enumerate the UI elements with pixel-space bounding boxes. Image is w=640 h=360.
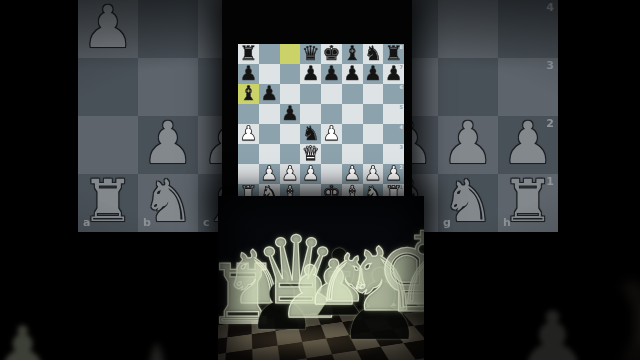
square-c7[interactable] <box>280 64 301 84</box>
piece-black-pawn[interactable]: ♟ <box>302 63 320 83</box>
piece-white-pawn[interactable]: ♟ <box>322 123 340 143</box>
square-h3: 3 <box>498 58 558 116</box>
square-h4: 4 <box>498 0 558 58</box>
square-a4: ♟ <box>78 0 138 58</box>
square-e3[interactable] <box>321 144 342 164</box>
piece-black-bishop[interactable]: ♝ <box>343 43 361 63</box>
rank-label-5: 5 <box>400 104 403 110</box>
blurred-piece-glow: ♟ <box>0 318 51 360</box>
square-h4[interactable]: 4 <box>383 124 404 144</box>
file-label-b: b <box>143 216 151 229</box>
piece-white-pawn: ♟ <box>142 114 194 172</box>
square-b1: ♞b <box>138 174 198 232</box>
piece-white-pawn[interactable]: ♟ <box>364 163 382 183</box>
square-g5[interactable] <box>363 104 384 124</box>
square-f7[interactable]: ♟ <box>342 64 363 84</box>
piece-black-king[interactable]: ♚ <box>322 43 340 63</box>
piece-black-pawn[interactable]: ♟ <box>260 83 278 103</box>
square-b4 <box>138 0 198 58</box>
rank-label-1: 1 <box>400 184 403 190</box>
square-h7[interactable]: ♟7 <box>383 64 404 84</box>
square-g1: ♞g <box>438 174 498 232</box>
piece-white-pawn: ♟ <box>82 0 134 56</box>
rank-label-3: 3 <box>400 144 403 150</box>
square-h5[interactable]: 5 <box>383 104 404 124</box>
piece-white-pawn[interactable]: ♟ <box>343 163 361 183</box>
piece-black-pawn[interactable]: ♟ <box>364 63 382 83</box>
file-label-c: c <box>203 216 210 229</box>
piece-black-knight[interactable]: ♞ <box>302 123 320 143</box>
square-b3 <box>138 58 198 116</box>
rank-label-2: 2 <box>546 117 554 130</box>
square-a6[interactable]: ♝ <box>238 84 259 104</box>
piece-white-pawn: ♟ <box>442 114 494 172</box>
file-label-h: h <box>503 216 511 229</box>
piece-black-pawn[interactable]: ♟ <box>281 103 299 123</box>
square-h2: ♟2 <box>498 116 558 174</box>
piece-black-queen[interactable]: ♛ <box>302 43 320 63</box>
main-chess-board[interactable]: ♜♛♚♝♞♜8♟♟♟♟♟♟7♝♟6♟5♟♞♟4♛3♟♟♟♟♟♟2♜a♞b♝cd♚… <box>238 44 404 195</box>
square-g2: ♟ <box>438 116 498 174</box>
square-a3[interactable] <box>238 144 259 164</box>
square-g6[interactable] <box>363 84 384 104</box>
square-f6[interactable] <box>342 84 363 104</box>
blurred-piece-glow: ♟ <box>138 340 176 360</box>
square-e7[interactable]: ♟ <box>321 64 342 84</box>
square-e6[interactable] <box>321 84 342 104</box>
rank-label-2: 2 <box>400 164 403 170</box>
square-a3 <box>78 58 138 116</box>
photo-piece: ♜ <box>414 252 424 332</box>
square-g7[interactable]: ♟ <box>363 64 384 84</box>
square-g3 <box>438 58 498 116</box>
chess-pieces-photo: ♜♞♟♛♟♝♟♞♟♞♚♞♜ <box>218 196 424 360</box>
square-c5[interactable]: ♟ <box>280 104 301 124</box>
file-label-a: a <box>83 216 90 229</box>
square-c4[interactable] <box>280 124 301 144</box>
rank-label-7: 7 <box>400 64 403 70</box>
square-g4[interactable] <box>363 124 384 144</box>
square-b4[interactable] <box>259 124 280 144</box>
square-h1: ♜1h <box>498 174 558 232</box>
square-d6[interactable] <box>300 84 321 104</box>
file-label-g: g <box>443 216 451 229</box>
video-frame: ♟♞♟4♛3♟♟♟♟♟♟2♜a♞b♝cd♚e♝f♞g♜1h ♟♟♟♜ ♜♛♚♝♞… <box>0 0 640 360</box>
rank-label-4: 4 <box>546 1 554 14</box>
square-b6[interactable]: ♟ <box>259 84 280 104</box>
blurred-piece-glow: ♜ <box>606 270 640 360</box>
piece-white-pawn[interactable]: ♟ <box>281 163 299 183</box>
square-a4[interactable]: ♟ <box>238 124 259 144</box>
piece-black-rook[interactable]: ♜ <box>239 43 257 63</box>
square-c8[interactable] <box>280 44 301 64</box>
piece-black-pawn[interactable]: ♟ <box>239 63 257 83</box>
blurred-piece-glow: ♟ <box>514 300 591 360</box>
square-e4[interactable]: ♟ <box>321 124 342 144</box>
square-f5[interactable] <box>342 104 363 124</box>
piece-white-pawn[interactable]: ♟ <box>302 163 320 183</box>
piece-black-pawn[interactable]: ♟ <box>343 63 361 83</box>
piece-white-pawn[interactable]: ♟ <box>260 163 278 183</box>
piece-black-knight[interactable]: ♞ <box>364 43 382 63</box>
square-g4 <box>438 0 498 58</box>
rank-label-4: 4 <box>400 124 403 130</box>
square-a2 <box>78 116 138 174</box>
square-h6[interactable]: 6 <box>383 84 404 104</box>
piece-black-pawn[interactable]: ♟ <box>322 63 340 83</box>
piece-white-queen[interactable]: ♛ <box>302 143 320 163</box>
piece-black-bishop[interactable]: ♝ <box>239 83 257 103</box>
square-d2[interactable]: ♟ <box>300 164 321 184</box>
rank-label-6: 6 <box>400 84 403 90</box>
square-d7[interactable]: ♟ <box>300 64 321 84</box>
square-b8[interactable] <box>259 44 280 64</box>
square-b5[interactable] <box>259 104 280 124</box>
piece-white-pawn[interactable]: ♟ <box>239 123 257 143</box>
square-f4[interactable] <box>342 124 363 144</box>
square-b2: ♟ <box>138 116 198 174</box>
rank-label-3: 3 <box>546 59 554 72</box>
square-a1: ♜a <box>78 174 138 232</box>
rank-label-1: 1 <box>546 175 554 188</box>
rank-label-8: 8 <box>400 44 403 50</box>
